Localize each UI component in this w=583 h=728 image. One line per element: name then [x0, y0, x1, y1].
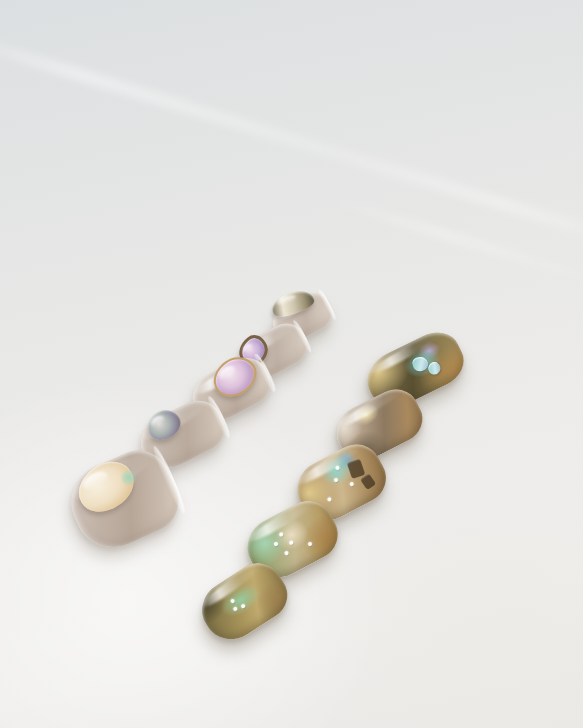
caviar-dot — [349, 481, 354, 486]
shell-chip — [411, 355, 429, 373]
caviar-dot — [284, 551, 289, 556]
caviar-dot — [333, 477, 338, 482]
caviar-dot — [232, 606, 238, 612]
caviar-dot — [335, 465, 340, 470]
light-streak — [0, 30, 583, 256]
caviar-dot — [278, 532, 283, 537]
free-edge-highlight — [317, 289, 337, 321]
shell-chip — [426, 360, 443, 377]
gloss-highlight — [245, 496, 317, 546]
photo-scene — [0, 0, 583, 728]
caviar-dot — [307, 541, 312, 546]
shell-flake — [360, 473, 376, 490]
caviar-dot — [289, 540, 294, 545]
caviar-dot — [327, 497, 332, 502]
shell-flake — [346, 458, 365, 479]
caviar-dot — [273, 541, 278, 546]
caviar-dot — [230, 598, 236, 604]
caviar-dot — [240, 604, 246, 610]
light-streak-segment — [329, 196, 583, 287]
